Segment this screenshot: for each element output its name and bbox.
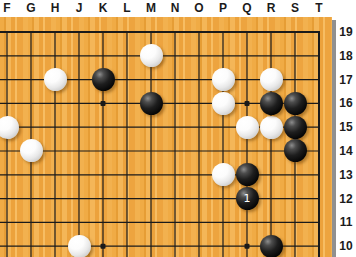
white-stone-P17[interactable] bbox=[212, 68, 235, 91]
black-stone-Q13[interactable] bbox=[236, 163, 259, 186]
column-label-O: O bbox=[194, 1, 203, 16]
white-stone-F15[interactable] bbox=[0, 116, 19, 139]
black-stone-Q12[interactable]: 1 bbox=[236, 187, 259, 210]
column-label-P: P bbox=[219, 1, 227, 16]
white-stone-R15[interactable] bbox=[260, 116, 283, 139]
row-label-15: 15 bbox=[336, 120, 356, 134]
white-stone-J10[interactable] bbox=[68, 235, 91, 257]
top-coordinate-strip: FGHJKLMNOPQRST bbox=[0, 0, 356, 17]
white-stone-Q15[interactable] bbox=[236, 116, 259, 139]
row-label-16: 16 bbox=[336, 96, 356, 110]
black-stone-S16[interactable] bbox=[284, 92, 307, 115]
row-label-13: 13 bbox=[336, 168, 356, 182]
black-stone-R10[interactable] bbox=[260, 235, 283, 257]
row-label-19: 19 bbox=[336, 25, 356, 39]
stones-layer: 1 bbox=[0, 20, 331, 257]
column-label-Q: Q bbox=[242, 1, 251, 16]
black-stone-S14[interactable] bbox=[284, 139, 307, 162]
column-label-J: J bbox=[76, 1, 83, 16]
column-label-L: L bbox=[123, 1, 130, 16]
black-stone-R16[interactable] bbox=[260, 92, 283, 115]
row-label-14: 14 bbox=[336, 144, 356, 158]
row-label-12: 12 bbox=[336, 192, 356, 206]
go-board[interactable]: 1 bbox=[0, 17, 332, 257]
column-label-G: G bbox=[26, 1, 35, 16]
column-label-T: T bbox=[315, 1, 322, 16]
column-label-M: M bbox=[146, 1, 156, 16]
board-shadow bbox=[332, 20, 336, 257]
black-stone-K17[interactable] bbox=[92, 68, 115, 91]
row-label-18: 18 bbox=[336, 49, 356, 63]
white-stone-P16[interactable] bbox=[212, 92, 235, 115]
white-stone-M18[interactable] bbox=[140, 44, 163, 67]
right-coordinate-strip: 19181716151413121110 bbox=[336, 0, 356, 257]
white-stone-P13[interactable] bbox=[212, 163, 235, 186]
white-stone-R17[interactable] bbox=[260, 68, 283, 91]
white-stone-G14[interactable] bbox=[20, 139, 43, 162]
row-label-11: 11 bbox=[336, 215, 356, 229]
column-label-H: H bbox=[51, 1, 60, 16]
column-label-N: N bbox=[171, 1, 180, 16]
black-stone-M16[interactable] bbox=[140, 92, 163, 115]
black-stone-S15[interactable] bbox=[284, 116, 307, 139]
column-label-S: S bbox=[291, 1, 299, 16]
move-number-label: 1 bbox=[244, 193, 251, 204]
column-label-R: R bbox=[267, 1, 276, 16]
column-label-K: K bbox=[99, 1, 108, 16]
column-label-F: F bbox=[3, 1, 10, 16]
row-label-17: 17 bbox=[336, 73, 356, 87]
row-label-10: 10 bbox=[336, 239, 356, 253]
white-stone-H17[interactable] bbox=[44, 68, 67, 91]
